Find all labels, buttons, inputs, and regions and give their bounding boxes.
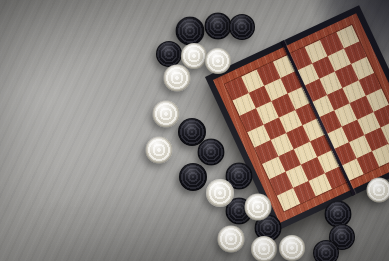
checker-piece-black (198, 139, 225, 166)
checker-piece-black (313, 240, 339, 261)
checker-piece-white (218, 226, 245, 253)
board-wood-frame (213, 13, 389, 223)
checker-piece-white (205, 48, 231, 74)
checker-piece-white (367, 178, 389, 203)
checker-piece-white (279, 235, 305, 261)
checker-piece-white (251, 236, 277, 261)
checker-piece-black (229, 14, 255, 40)
checker-piece-white (153, 101, 180, 128)
checker-piece-black (176, 17, 205, 46)
checker-piece-white (206, 179, 234, 207)
checker-piece-black (179, 163, 207, 191)
photo-scene (0, 0, 389, 261)
checker-piece-black (156, 41, 182, 67)
checker-piece-white (164, 65, 191, 92)
checker-piece-white (146, 137, 173, 164)
checker-piece-black (205, 13, 232, 40)
checker-piece-white (245, 194, 272, 221)
checker-piece-white (181, 43, 207, 69)
